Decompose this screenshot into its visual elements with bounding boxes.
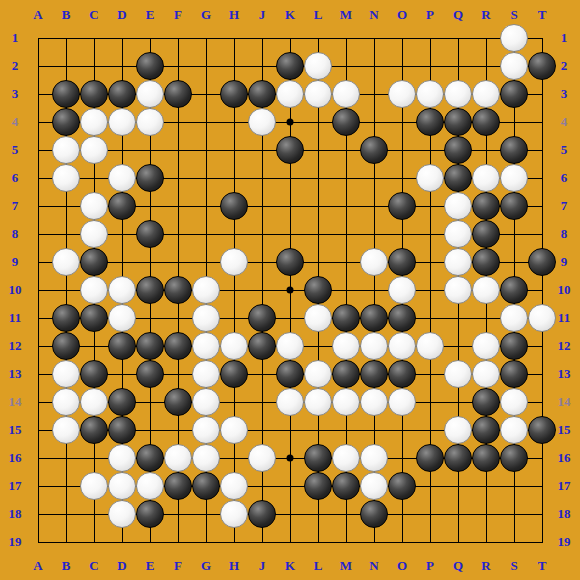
col-label-bottom-J: J: [259, 558, 266, 574]
row-label-left-2: 2: [12, 58, 19, 74]
white-stone-S2[interactable]: [500, 52, 528, 80]
black-stone-N11[interactable]: [360, 304, 388, 332]
white-stone-G14[interactable]: [192, 388, 220, 416]
col-label-top-B: B: [62, 7, 71, 23]
star-point-K16: [287, 455, 294, 462]
white-stone-Q10[interactable]: [444, 276, 472, 304]
white-stone-S14[interactable]: [500, 388, 528, 416]
black-stone-N5[interactable]: [360, 136, 388, 164]
white-stone-C14[interactable]: [80, 388, 108, 416]
black-stone-Q5[interactable]: [444, 136, 472, 164]
black-stone-E13[interactable]: [136, 360, 164, 388]
black-stone-D3[interactable]: [108, 80, 136, 108]
white-stone-P3[interactable]: [416, 80, 444, 108]
row-label-left-13: 13: [9, 366, 22, 382]
white-stone-R10[interactable]: [472, 276, 500, 304]
black-stone-C3[interactable]: [80, 80, 108, 108]
white-stone-M16[interactable]: [332, 444, 360, 472]
white-stone-Q3[interactable]: [444, 80, 472, 108]
white-stone-N14[interactable]: [360, 388, 388, 416]
col-label-top-J: J: [259, 7, 266, 23]
row-label-left-5: 5: [12, 142, 19, 158]
black-stone-R8[interactable]: [472, 220, 500, 248]
white-stone-N9[interactable]: [360, 248, 388, 276]
row-label-right-7: 7: [561, 198, 568, 214]
row-label-right-18: 18: [558, 506, 571, 522]
black-stone-J3[interactable]: [248, 80, 276, 108]
black-stone-B12[interactable]: [52, 332, 80, 360]
black-stone-O17[interactable]: [388, 472, 416, 500]
col-label-top-T: T: [538, 7, 547, 23]
white-stone-G12[interactable]: [192, 332, 220, 360]
white-stone-O14[interactable]: [388, 388, 416, 416]
black-stone-B4[interactable]: [52, 108, 80, 136]
black-stone-T15[interactable]: [528, 416, 556, 444]
white-stone-S11[interactable]: [500, 304, 528, 332]
col-label-bottom-E: E: [146, 558, 155, 574]
white-stone-K3[interactable]: [276, 80, 304, 108]
white-stone-H9[interactable]: [220, 248, 248, 276]
white-stone-S6[interactable]: [500, 164, 528, 192]
col-label-bottom-Q: Q: [453, 558, 463, 574]
col-label-bottom-K: K: [285, 558, 295, 574]
row-label-left-19: 19: [9, 534, 22, 550]
white-stone-G10[interactable]: [192, 276, 220, 304]
white-stone-P6[interactable]: [416, 164, 444, 192]
row-label-right-1: 1: [561, 30, 568, 46]
black-stone-T9[interactable]: [528, 248, 556, 276]
col-label-top-L: L: [314, 7, 323, 23]
white-stone-N12[interactable]: [360, 332, 388, 360]
col-label-top-A: A: [33, 7, 42, 23]
white-stone-R12[interactable]: [472, 332, 500, 360]
white-stone-H15[interactable]: [220, 416, 248, 444]
black-stone-H13[interactable]: [220, 360, 248, 388]
black-stone-L10[interactable]: [304, 276, 332, 304]
white-stone-O10[interactable]: [388, 276, 416, 304]
col-label-bottom-G: G: [201, 558, 211, 574]
black-stone-K2[interactable]: [276, 52, 304, 80]
white-stone-S15[interactable]: [500, 416, 528, 444]
col-label-bottom-N: N: [369, 558, 378, 574]
white-stone-B15[interactable]: [52, 416, 80, 444]
col-label-bottom-B: B: [62, 558, 71, 574]
row-label-left-12: 12: [9, 338, 22, 354]
white-stone-R13[interactable]: [472, 360, 500, 388]
white-stone-M14[interactable]: [332, 388, 360, 416]
col-label-top-E: E: [146, 7, 155, 23]
white-stone-Q13[interactable]: [444, 360, 472, 388]
white-stone-N16[interactable]: [360, 444, 388, 472]
black-stone-F10[interactable]: [164, 276, 192, 304]
black-stone-C11[interactable]: [80, 304, 108, 332]
white-stone-S1[interactable]: [500, 24, 528, 52]
row-label-left-1: 1: [12, 30, 19, 46]
black-stone-R4[interactable]: [472, 108, 500, 136]
row-label-right-3: 3: [561, 86, 568, 102]
white-stone-D4[interactable]: [108, 108, 136, 136]
black-stone-D15[interactable]: [108, 416, 136, 444]
black-stone-L17[interactable]: [304, 472, 332, 500]
white-stone-Q15[interactable]: [444, 416, 472, 444]
white-stone-J16[interactable]: [248, 444, 276, 472]
col-label-top-K: K: [285, 7, 295, 23]
black-stone-S16[interactable]: [500, 444, 528, 472]
white-stone-L11[interactable]: [304, 304, 332, 332]
black-stone-O9[interactable]: [388, 248, 416, 276]
black-stone-K9[interactable]: [276, 248, 304, 276]
white-stone-D16[interactable]: [108, 444, 136, 472]
white-stone-C7[interactable]: [80, 192, 108, 220]
black-stone-D14[interactable]: [108, 388, 136, 416]
black-stone-E16[interactable]: [136, 444, 164, 472]
row-label-right-9: 9: [561, 254, 568, 270]
white-stone-L2[interactable]: [304, 52, 332, 80]
row-label-right-16: 16: [558, 450, 571, 466]
col-label-bottom-S: S: [510, 558, 517, 574]
black-stone-M13[interactable]: [332, 360, 360, 388]
col-label-bottom-M: M: [340, 558, 352, 574]
col-label-bottom-T: T: [538, 558, 547, 574]
white-stone-B5[interactable]: [52, 136, 80, 164]
white-stone-H12[interactable]: [220, 332, 248, 360]
black-stone-F12[interactable]: [164, 332, 192, 360]
black-stone-E2[interactable]: [136, 52, 164, 80]
white-stone-D18[interactable]: [108, 500, 136, 528]
white-stone-E3[interactable]: [136, 80, 164, 108]
col-label-top-N: N: [369, 7, 378, 23]
black-stone-J11[interactable]: [248, 304, 276, 332]
white-stone-B6[interactable]: [52, 164, 80, 192]
black-stone-S5[interactable]: [500, 136, 528, 164]
col-label-top-D: D: [117, 7, 126, 23]
black-stone-E18[interactable]: [136, 500, 164, 528]
row-label-right-2: 2: [561, 58, 568, 74]
black-stone-B3[interactable]: [52, 80, 80, 108]
black-stone-L16[interactable]: [304, 444, 332, 472]
white-stone-C5[interactable]: [80, 136, 108, 164]
black-stone-M4[interactable]: [332, 108, 360, 136]
col-label-top-O: O: [397, 7, 407, 23]
black-stone-E8[interactable]: [136, 220, 164, 248]
row-label-right-6: 6: [561, 170, 568, 186]
white-stone-R6[interactable]: [472, 164, 500, 192]
white-stone-R3[interactable]: [472, 80, 500, 108]
star-point-K10: [287, 287, 294, 294]
col-label-bottom-O: O: [397, 558, 407, 574]
col-label-top-C: C: [89, 7, 98, 23]
row-label-right-11: 11: [558, 310, 570, 326]
white-stone-L14[interactable]: [304, 388, 332, 416]
black-stone-Q16[interactable]: [444, 444, 472, 472]
black-stone-P16[interactable]: [416, 444, 444, 472]
black-stone-B11[interactable]: [52, 304, 80, 332]
white-stone-G16[interactable]: [192, 444, 220, 472]
black-stone-C15[interactable]: [80, 416, 108, 444]
black-stone-O7[interactable]: [388, 192, 416, 220]
row-label-right-5: 5: [561, 142, 568, 158]
white-stone-D6[interactable]: [108, 164, 136, 192]
white-stone-Q7[interactable]: [444, 192, 472, 220]
white-stone-M12[interactable]: [332, 332, 360, 360]
row-label-left-11: 11: [9, 310, 21, 326]
black-stone-O13[interactable]: [388, 360, 416, 388]
black-stone-J18[interactable]: [248, 500, 276, 528]
white-stone-T11[interactable]: [528, 304, 556, 332]
white-stone-P12[interactable]: [416, 332, 444, 360]
col-label-top-R: R: [481, 7, 490, 23]
black-stone-Q6[interactable]: [444, 164, 472, 192]
row-label-right-17: 17: [558, 478, 571, 494]
col-label-bottom-A: A: [33, 558, 42, 574]
white-stone-D10[interactable]: [108, 276, 136, 304]
black-stone-M11[interactable]: [332, 304, 360, 332]
black-stone-D7[interactable]: [108, 192, 136, 220]
black-stone-K5[interactable]: [276, 136, 304, 164]
col-label-bottom-D: D: [117, 558, 126, 574]
white-stone-K14[interactable]: [276, 388, 304, 416]
black-stone-C13[interactable]: [80, 360, 108, 388]
col-label-top-F: F: [174, 7, 182, 23]
black-stone-F3[interactable]: [164, 80, 192, 108]
col-label-top-Q: Q: [453, 7, 463, 23]
white-stone-L3[interactable]: [304, 80, 332, 108]
col-label-top-P: P: [426, 7, 434, 23]
white-stone-C4[interactable]: [80, 108, 108, 136]
col-label-top-S: S: [510, 7, 517, 23]
black-stone-E6[interactable]: [136, 164, 164, 192]
black-stone-R7[interactable]: [472, 192, 500, 220]
black-stone-S13[interactable]: [500, 360, 528, 388]
col-label-bottom-R: R: [481, 558, 490, 574]
black-stone-P4[interactable]: [416, 108, 444, 136]
black-stone-F14[interactable]: [164, 388, 192, 416]
white-stone-C10[interactable]: [80, 276, 108, 304]
black-stone-C9[interactable]: [80, 248, 108, 276]
white-stone-O3[interactable]: [388, 80, 416, 108]
white-stone-B13[interactable]: [52, 360, 80, 388]
white-stone-Q9[interactable]: [444, 248, 472, 276]
black-stone-R14[interactable]: [472, 388, 500, 416]
row-label-right-12: 12: [558, 338, 571, 354]
col-label-top-G: G: [201, 7, 211, 23]
col-label-bottom-L: L: [314, 558, 323, 574]
col-label-top-H: H: [229, 7, 239, 23]
black-stone-R16[interactable]: [472, 444, 500, 472]
row-label-left-10: 10: [9, 282, 22, 298]
white-stone-F16[interactable]: [164, 444, 192, 472]
white-stone-C17[interactable]: [80, 472, 108, 500]
white-stone-B9[interactable]: [52, 248, 80, 276]
col-label-bottom-H: H: [229, 558, 239, 574]
row-label-right-4: 4: [561, 114, 568, 130]
black-stone-S10[interactable]: [500, 276, 528, 304]
black-stone-S12[interactable]: [500, 332, 528, 360]
row-label-right-13: 13: [558, 366, 571, 382]
col-label-bottom-F: F: [174, 558, 182, 574]
black-stone-E10[interactable]: [136, 276, 164, 304]
white-stone-H17[interactable]: [220, 472, 248, 500]
white-stone-M3[interactable]: [332, 80, 360, 108]
black-stone-K13[interactable]: [276, 360, 304, 388]
row-label-left-6: 6: [12, 170, 19, 186]
black-stone-Q4[interactable]: [444, 108, 472, 136]
white-stone-G11[interactable]: [192, 304, 220, 332]
row-label-left-16: 16: [9, 450, 22, 466]
white-stone-L13[interactable]: [304, 360, 332, 388]
col-label-top-M: M: [340, 7, 352, 23]
row-label-right-8: 8: [561, 226, 568, 242]
white-stone-H18[interactable]: [220, 500, 248, 528]
star-point-K4: [287, 119, 294, 126]
row-label-left-17: 17: [9, 478, 22, 494]
row-label-left-14: 14: [9, 394, 22, 410]
row-label-right-15: 15: [558, 422, 571, 438]
row-label-right-19: 19: [558, 534, 571, 550]
row-label-left-3: 3: [12, 86, 19, 102]
col-label-bottom-C: C: [89, 558, 98, 574]
black-stone-S3[interactable]: [500, 80, 528, 108]
black-stone-H7[interactable]: [220, 192, 248, 220]
black-stone-N18[interactable]: [360, 500, 388, 528]
black-stone-N13[interactable]: [360, 360, 388, 388]
row-label-left-18: 18: [9, 506, 22, 522]
row-label-left-8: 8: [12, 226, 19, 242]
white-stone-D17[interactable]: [108, 472, 136, 500]
white-stone-K12[interactable]: [276, 332, 304, 360]
white-stone-Q8[interactable]: [444, 220, 472, 248]
white-stone-G13[interactable]: [192, 360, 220, 388]
black-stone-S7[interactable]: [500, 192, 528, 220]
row-label-left-4: 4: [12, 114, 19, 130]
black-stone-H3[interactable]: [220, 80, 248, 108]
white-stone-O12[interactable]: [388, 332, 416, 360]
row-label-right-14: 14: [558, 394, 571, 410]
black-stone-T2[interactable]: [528, 52, 556, 80]
white-stone-C8[interactable]: [80, 220, 108, 248]
black-stone-R15[interactable]: [472, 416, 500, 444]
go-board-screenshot: AABBCCDDEEFFGGHHJJKKLLMMNNOOPPQQRRSSTT11…: [0, 0, 580, 580]
row-label-right-10: 10: [558, 282, 571, 298]
white-stone-D11[interactable]: [108, 304, 136, 332]
black-stone-D12[interactable]: [108, 332, 136, 360]
white-stone-J4[interactable]: [248, 108, 276, 136]
black-stone-M17[interactable]: [332, 472, 360, 500]
white-stone-B14[interactable]: [52, 388, 80, 416]
white-stone-E4[interactable]: [136, 108, 164, 136]
row-label-left-7: 7: [12, 198, 19, 214]
white-stone-G15[interactable]: [192, 416, 220, 444]
black-stone-O11[interactable]: [388, 304, 416, 332]
black-stone-J12[interactable]: [248, 332, 276, 360]
row-label-left-15: 15: [9, 422, 22, 438]
black-stone-R9[interactable]: [472, 248, 500, 276]
white-stone-E17[interactable]: [136, 472, 164, 500]
row-label-left-9: 9: [12, 254, 19, 270]
black-stone-G17[interactable]: [192, 472, 220, 500]
col-label-bottom-P: P: [426, 558, 434, 574]
white-stone-N17[interactable]: [360, 472, 388, 500]
black-stone-F17[interactable]: [164, 472, 192, 500]
black-stone-E12[interactable]: [136, 332, 164, 360]
